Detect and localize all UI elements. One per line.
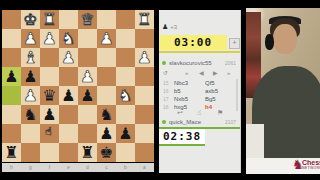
white-clock: 03:00 — [159, 35, 227, 50]
square[interactable] — [2, 86, 21, 105]
move-row: 16b5axb5 — [159, 87, 240, 95]
black-queen: ♛ — [40, 86, 59, 105]
white-move[interactable]: b5 — [174, 87, 181, 95]
black-rook: ♜ — [78, 143, 97, 162]
material-value: +3 — [170, 24, 177, 30]
square[interactable] — [97, 48, 116, 67]
webcam-background — [246, 8, 320, 158]
square[interactable] — [2, 48, 21, 67]
square[interactable]: ♜ — [78, 143, 97, 162]
square[interactable] — [40, 143, 59, 162]
webcam-feed — [246, 8, 320, 174]
online-dot — [162, 120, 166, 124]
square[interactable]: ♜ — [135, 10, 154, 29]
square[interactable] — [40, 48, 59, 67]
square[interactable]: ♟ — [78, 67, 97, 86]
square[interactable]: ♟ — [2, 67, 21, 86]
next-move-icon[interactable]: ▶ — [213, 69, 218, 78]
black-clock: 02:38 — [159, 129, 205, 146]
square[interactable] — [116, 105, 135, 124]
square[interactable] — [59, 10, 78, 29]
square[interactable]: ♟ — [21, 86, 40, 105]
prev-move-icon[interactable]: ◀ — [199, 69, 204, 78]
white-knight: ♞ — [59, 29, 78, 48]
bottom-player-rating: 2107 — [225, 119, 236, 126]
square[interactable]: ♜ — [2, 143, 21, 162]
move-list-scrollbar[interactable] — [236, 79, 238, 111]
black-pawn: ♟ — [59, 86, 78, 105]
logo-title: Chess — [302, 159, 320, 166]
square[interactable] — [97, 67, 116, 86]
white-pawn: ♟ — [21, 29, 40, 48]
black-king: ♚ — [97, 143, 116, 162]
square[interactable]: ♛ — [78, 10, 97, 29]
streamer-face — [273, 24, 297, 54]
square[interactable] — [116, 10, 135, 29]
white-bishop: ♝ — [21, 48, 40, 67]
move-row: 17Nxb5Bg5 — [159, 95, 240, 103]
material-indicator: ♟+3 — [162, 23, 177, 31]
bottom-player-row: quick_Mace 2107 — [159, 118, 240, 126]
square[interactable]: ♞ — [116, 86, 135, 105]
top-player-rating: 2061 — [225, 60, 236, 67]
square[interactable] — [40, 67, 59, 86]
square[interactable] — [59, 67, 78, 86]
headphones-earcup — [265, 34, 274, 50]
file-label: c — [97, 163, 116, 172]
square[interactable] — [2, 124, 21, 143]
black-move[interactable]: axb5 — [205, 87, 218, 95]
square[interactable] — [59, 124, 78, 143]
black-pawn: ♟ — [21, 67, 40, 86]
black-knight: ♞ — [21, 105, 40, 124]
square[interactable] — [2, 10, 21, 29]
black-pawn: ♟ — [116, 124, 135, 143]
square[interactable]: ♞ — [21, 105, 40, 124]
black-pawn: ♟ — [97, 124, 116, 143]
black-knight: ♞ — [97, 105, 116, 124]
white-knight: ♞ — [116, 86, 135, 105]
square[interactable] — [116, 67, 135, 86]
white-pawn: ♟ — [40, 29, 59, 48]
square[interactable]: ♟ — [21, 29, 40, 48]
square[interactable]: ♟ — [97, 124, 116, 143]
square[interactable] — [135, 143, 154, 162]
square[interactable] — [116, 48, 135, 67]
file-label: a — [135, 163, 154, 172]
white-rook: ♜ — [135, 10, 154, 29]
top-player-row: slavkocurovic55 2061 — [159, 59, 240, 67]
square[interactable] — [135, 124, 154, 143]
white-move[interactable]: Nbc3 — [174, 79, 188, 87]
thumbs-up-icon[interactable]: ☝ — [197, 109, 201, 118]
file-label: g — [21, 163, 40, 172]
square[interactable] — [78, 124, 97, 143]
square[interactable] — [78, 105, 97, 124]
square[interactable] — [135, 86, 154, 105]
white-pawn: ♟ — [97, 29, 116, 48]
square[interactable] — [135, 67, 154, 86]
square[interactable]: ♜ — [40, 10, 59, 29]
square[interactable] — [135, 29, 154, 48]
game-action-toolbar: ↩☝⚑ — [159, 109, 240, 118]
white-pawn: ♟ — [78, 67, 97, 86]
move-number: 17 — [163, 95, 169, 103]
file-coordinates: hgfedcba — [2, 163, 154, 172]
square[interactable]: ♞ — [59, 29, 78, 48]
hand-cursor-icon: ☝ — [45, 125, 52, 138]
game-panel: ♟+3 03:00 + slavkocurovic55 2061 ↺«◀▶» 1… — [159, 10, 241, 173]
file-label: b — [116, 163, 135, 172]
logo-subtitle: NETWORK — [302, 166, 320, 170]
square[interactable]: ♚ — [21, 10, 40, 29]
file-label: f — [40, 163, 59, 172]
black-pawn: ♟ — [78, 86, 97, 105]
takeback-icon[interactable]: ↩ — [177, 109, 183, 118]
last-move-icon[interactable]: » — [227, 69, 230, 78]
file-label: h — [2, 163, 21, 172]
black-move[interactable]: Qf5 — [205, 79, 215, 87]
black-rook: ♜ — [2, 143, 21, 162]
black-pawn: ♟ — [2, 67, 21, 86]
channel-logo: ♞ Chess NETWORK — [292, 157, 318, 173]
desk-area — [246, 124, 264, 158]
black-move[interactable]: Bg5 — [205, 95, 216, 103]
bottom-player-name[interactable]: quick_Mace — [169, 118, 201, 126]
file-label: d — [78, 163, 97, 172]
square[interactable] — [59, 143, 78, 162]
video-frame: ♚♜♛♜♟♟♞♟♝♟♟♟♟♟♟♛♟♟♞♞♟♞♟♟♜♜♚ hgfedcba ☝ ♟… — [0, 0, 320, 180]
square[interactable]: ♟ — [40, 29, 59, 48]
square[interactable] — [78, 48, 97, 67]
move-list[interactable]: 15Nbc3Qf516b5axb517Nxb5Bg518hxg5h4 — [159, 79, 240, 111]
chess-board[interactable]: ♚♜♛♜♟♟♞♟♝♟♟♟♟♟♟♛♟♟♞♞♟♞♟♟♜♜♚ — [2, 10, 154, 162]
add-time-button[interactable]: + — [229, 38, 240, 49]
square[interactable]: ♟ — [21, 67, 40, 86]
square[interactable]: ♟ — [40, 105, 59, 124]
square[interactable] — [2, 105, 21, 124]
first-move-icon[interactable]: « — [185, 69, 188, 78]
square[interactable]: ♛ — [40, 86, 59, 105]
resign-flag-icon[interactable]: ⚑ — [217, 109, 223, 118]
square[interactable]: ♟ — [116, 124, 135, 143]
square[interactable] — [21, 143, 40, 162]
square[interactable] — [59, 105, 78, 124]
square[interactable] — [116, 29, 135, 48]
white-pawn: ♟ — [21, 86, 40, 105]
square[interactable]: ♟ — [59, 86, 78, 105]
white-move[interactable]: Nxb5 — [174, 95, 188, 103]
square[interactable]: ♟ — [59, 48, 78, 67]
square[interactable]: ♞ — [97, 105, 116, 124]
square[interactable] — [78, 29, 97, 48]
file-label: e — [59, 163, 78, 172]
white-queen: ♛ — [78, 10, 97, 29]
white-rook: ♜ — [40, 10, 59, 29]
move-number: 15 — [163, 79, 169, 87]
square[interactable]: ♟ — [97, 29, 116, 48]
square[interactable]: ♟ — [78, 86, 97, 105]
square[interactable] — [135, 105, 154, 124]
white-turn-bar — [159, 51, 240, 53]
square[interactable]: ♟ — [135, 48, 154, 67]
white-pawn: ♟ — [135, 48, 154, 67]
top-player-name[interactable]: slavkocurovic55 — [169, 59, 212, 67]
square[interactable]: ♚ — [97, 143, 116, 162]
white-king: ♚ — [21, 10, 40, 29]
square[interactable] — [97, 10, 116, 29]
white-pawn: ♟ — [59, 48, 78, 67]
square[interactable]: ♝ — [21, 48, 40, 67]
square[interactable] — [97, 86, 116, 105]
square[interactable] — [21, 124, 40, 143]
black-pawn-icon: ♟ — [162, 23, 168, 30]
online-dot — [162, 61, 166, 65]
square[interactable] — [2, 29, 21, 48]
move-nav-toolbar: ↺«◀▶» — [159, 69, 240, 78]
move-row: 15Nbc3Qf5 — [159, 79, 240, 87]
square[interactable] — [116, 143, 135, 162]
move-number: 16 — [163, 87, 169, 95]
black-pawn: ♟ — [40, 105, 59, 124]
refresh-icon[interactable]: ↺ — [163, 69, 168, 78]
